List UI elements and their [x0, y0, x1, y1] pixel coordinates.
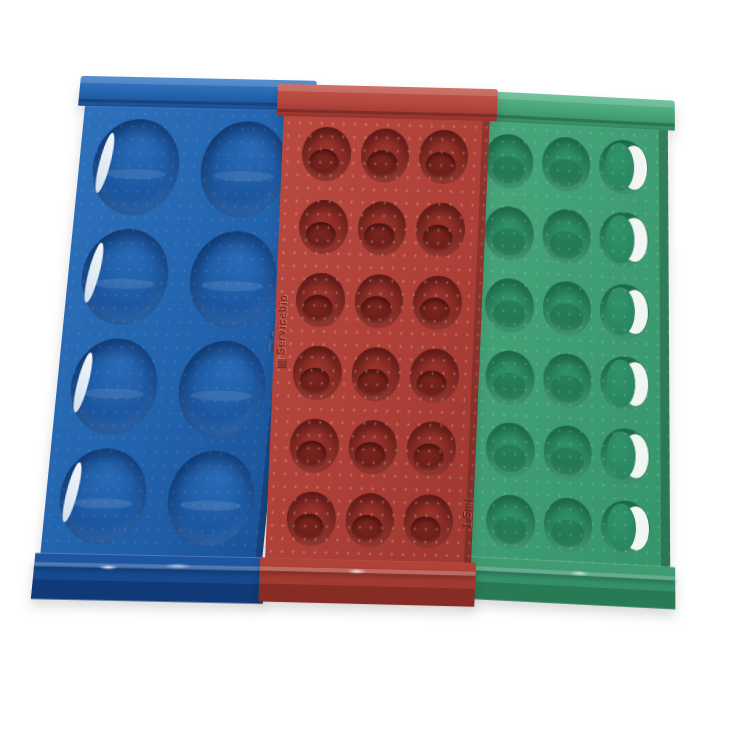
rack-top-lip — [277, 84, 498, 121]
rack-well-grid — [464, 120, 670, 567]
tube-well — [163, 450, 259, 548]
volume-label: 1.5ml — [462, 498, 474, 529]
tube-well — [344, 493, 395, 548]
rack-face: ▦ Servicebio 1.5ml — [265, 116, 489, 563]
tube-well — [486, 494, 535, 551]
tube-well — [55, 448, 151, 546]
tube-well — [409, 348, 460, 403]
tube-well — [485, 205, 534, 262]
tube-well — [298, 199, 349, 254]
tube-well — [174, 340, 270, 438]
tube-well — [600, 283, 649, 340]
tube-well — [542, 208, 591, 265]
rack-base — [258, 558, 476, 607]
tube-well — [484, 133, 533, 190]
rack-face — [464, 120, 670, 567]
product-photo-scene: ▦ Servicebio ▦ Servicebio 1.5ml — [0, 0, 750, 750]
tube-well — [77, 228, 173, 326]
tube-well — [543, 424, 592, 481]
tube-well — [88, 118, 184, 216]
tube-well — [196, 120, 292, 218]
tube-well — [418, 129, 469, 184]
tube-well — [601, 427, 650, 484]
tube-well — [412, 275, 463, 330]
brand-emboss-text: Servicebio — [276, 294, 290, 355]
tube-well — [350, 347, 401, 402]
rack-well-grid — [265, 116, 489, 563]
tube-well — [357, 201, 408, 256]
tube-well — [353, 274, 404, 329]
red-rack: ▦ Servicebio 1.5ml — [263, 84, 491, 607]
tube-well — [544, 497, 593, 554]
tube-well — [347, 420, 398, 475]
tube-well — [295, 272, 346, 327]
tube-well — [289, 418, 340, 473]
tube-well — [485, 277, 534, 334]
tube-well — [601, 355, 650, 412]
brand-logo-icon: ▦ — [274, 356, 288, 370]
tube-well — [66, 338, 162, 436]
tube-well — [543, 352, 592, 409]
tube-well — [600, 211, 649, 268]
tube-well — [543, 280, 592, 337]
green-rack — [464, 90, 670, 609]
tube-well — [292, 345, 343, 400]
tube-well — [485, 349, 534, 406]
tube-well — [601, 499, 650, 556]
tube-well — [360, 128, 411, 183]
tube-well — [286, 491, 337, 546]
tube-well — [415, 202, 466, 257]
tube-well — [403, 494, 454, 549]
tube-well — [486, 422, 535, 479]
tube-well — [599, 139, 648, 196]
tube-well — [185, 230, 281, 328]
tube-well — [542, 136, 591, 193]
tube-well — [301, 126, 352, 181]
rack-base — [31, 553, 268, 604]
tube-well — [406, 421, 457, 476]
